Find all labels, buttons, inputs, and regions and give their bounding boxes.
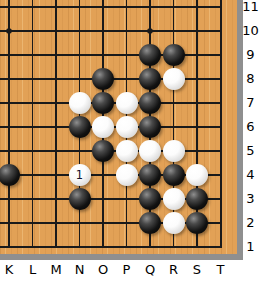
stone-white-R3[interactable] [163,188,185,210]
column-label-M: M [44,262,68,278]
row-label-2: 2 [241,215,260,231]
board-frame: 1 [0,0,243,260]
stone-black-Q9[interactable] [139,44,161,66]
stone-black-R4[interactable] [163,164,185,186]
stone-black-Q3[interactable] [139,188,161,210]
stone-white-N4[interactable]: 1 [69,164,91,186]
column-label-L: L [21,262,45,278]
row-label-10: 10 [241,23,260,39]
stone-white-Q5[interactable] [139,140,161,162]
stone-black-N6[interactable] [69,116,91,138]
column-label-K: K [0,262,21,278]
row-label-4: 4 [241,167,260,183]
stone-white-P7[interactable] [116,92,138,114]
star-point-Q10 [147,28,153,34]
row-label-6: 6 [241,119,260,135]
go-app-window: 1 KLMNOPQRST1110987654321 [0,0,260,284]
stone-white-P4[interactable] [116,164,138,186]
stone-white-P5[interactable] [116,140,138,162]
go-board[interactable]: 1 [0,0,237,254]
stone-black-Q4[interactable] [139,164,161,186]
column-label-O: O [91,262,115,278]
stone-black-Q8[interactable] [139,68,161,90]
row-label-8: 8 [241,71,260,87]
stone-white-R5[interactable] [163,140,185,162]
row-label-1: 1 [241,239,260,255]
stone-white-S4[interactable] [186,164,208,186]
stone-white-R2[interactable] [163,212,185,234]
column-label-T: T [209,262,233,278]
stone-black-Q6[interactable] [139,116,161,138]
row-label-7: 7 [241,95,260,111]
stone-black-Q2[interactable] [139,212,161,234]
stone-black-O7[interactable] [92,92,114,114]
row-label-9: 9 [241,47,260,63]
column-label-S: S [185,262,209,278]
stone-black-O5[interactable] [92,140,114,162]
move-number-label: 1 [69,164,91,186]
stone-white-P6[interactable] [116,116,138,138]
stone-black-S2[interactable] [186,212,208,234]
stone-black-Q7[interactable] [139,92,161,114]
stone-black-S3[interactable] [186,188,208,210]
column-label-R: R [162,262,186,278]
stone-black-O8[interactable] [92,68,114,90]
column-label-Q: Q [138,262,162,278]
star-point-K10 [6,28,12,34]
row-label-5: 5 [241,143,260,159]
stone-black-R9[interactable] [163,44,185,66]
row-label-3: 3 [241,191,260,207]
stone-white-R8[interactable] [163,68,185,90]
stone-white-N7[interactable] [69,92,91,114]
stone-black-N3[interactable] [69,188,91,210]
stone-white-O6[interactable] [92,116,114,138]
column-label-P: P [115,262,139,278]
column-label-N: N [68,262,92,278]
row-label-11: 11 [241,0,260,15]
